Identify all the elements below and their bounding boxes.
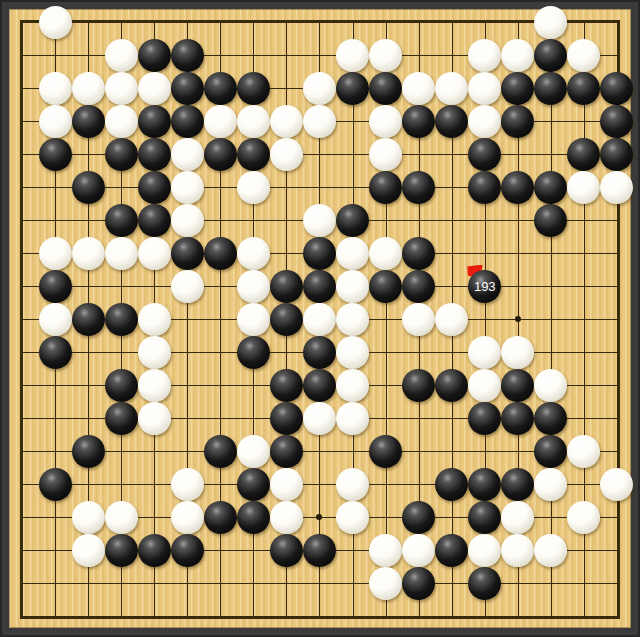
stone-white	[600, 468, 633, 501]
star-point	[515, 316, 521, 322]
stone-white	[435, 303, 468, 336]
stone-black	[39, 138, 72, 171]
stone-black	[303, 369, 336, 402]
stone-white	[39, 105, 72, 138]
stone-white	[237, 105, 270, 138]
stone-black	[204, 72, 237, 105]
stone-black	[468, 171, 501, 204]
stone-black	[204, 501, 237, 534]
stone-black	[534, 402, 567, 435]
stone-white	[237, 171, 270, 204]
stone-white	[105, 237, 138, 270]
stone-white	[336, 468, 369, 501]
stone-black	[105, 138, 138, 171]
stone-white	[567, 39, 600, 72]
stone-white	[336, 501, 369, 534]
stone-black	[303, 237, 336, 270]
stone-white	[39, 72, 72, 105]
stone-white	[171, 468, 204, 501]
stone-black	[105, 303, 138, 336]
stone-black	[138, 534, 171, 567]
board-frame: 193	[0, 0, 640, 637]
stone-white	[204, 105, 237, 138]
stone-black	[237, 138, 270, 171]
stone-white	[138, 237, 171, 270]
stone-white	[171, 204, 204, 237]
stone-white	[171, 138, 204, 171]
stone-black	[138, 138, 171, 171]
stone-white	[402, 72, 435, 105]
stone-white	[369, 567, 402, 600]
stone-black	[138, 204, 171, 237]
stone-black	[402, 567, 435, 600]
stone-white	[336, 39, 369, 72]
stone-black	[39, 270, 72, 303]
stone-white	[501, 534, 534, 567]
stone-black	[534, 39, 567, 72]
stone-black	[435, 534, 468, 567]
stone-white	[171, 270, 204, 303]
stone-black	[402, 369, 435, 402]
stone-white	[138, 369, 171, 402]
stone-white	[468, 105, 501, 138]
stone-white	[303, 72, 336, 105]
stone-white	[270, 105, 303, 138]
stone-white	[369, 138, 402, 171]
stone-black	[39, 336, 72, 369]
stone-white	[72, 534, 105, 567]
stone-white	[336, 237, 369, 270]
stone-black	[171, 105, 204, 138]
stone-black	[72, 303, 105, 336]
stone-black	[270, 270, 303, 303]
stone-white	[138, 402, 171, 435]
stone-white	[171, 501, 204, 534]
stone-black	[336, 204, 369, 237]
stone-white	[303, 303, 336, 336]
stone-black	[435, 369, 468, 402]
stone-white	[567, 501, 600, 534]
stone-white	[237, 303, 270, 336]
stone-black	[138, 105, 171, 138]
stone-white	[105, 501, 138, 534]
stone-black	[369, 171, 402, 204]
stone-black	[171, 72, 204, 105]
stone-black	[468, 138, 501, 171]
stone-white	[336, 270, 369, 303]
stone-black	[468, 402, 501, 435]
stone-white	[270, 468, 303, 501]
stone-white	[534, 468, 567, 501]
stone-black	[402, 270, 435, 303]
stone-white	[303, 402, 336, 435]
stone-black	[138, 39, 171, 72]
stone-black	[270, 303, 303, 336]
stone-black	[270, 402, 303, 435]
stone-black	[567, 72, 600, 105]
stone-white	[138, 303, 171, 336]
stone-white	[138, 336, 171, 369]
stone-black	[501, 171, 534, 204]
move-number-label: 193	[474, 280, 496, 293]
stone-black	[237, 501, 270, 534]
stone-black	[435, 468, 468, 501]
stone-black	[105, 402, 138, 435]
stone-white	[468, 336, 501, 369]
stone-white	[336, 303, 369, 336]
stone-white	[567, 435, 600, 468]
stone-black	[105, 369, 138, 402]
stone-white	[336, 369, 369, 402]
stone-move-193: 193	[468, 270, 501, 303]
stone-black	[204, 237, 237, 270]
stone-white	[402, 534, 435, 567]
stone-white	[402, 303, 435, 336]
stone-white	[138, 72, 171, 105]
stone-white	[369, 39, 402, 72]
stone-black	[600, 105, 633, 138]
stone-black	[336, 72, 369, 105]
stone-black	[270, 534, 303, 567]
stone-black	[600, 72, 633, 105]
stone-white	[369, 534, 402, 567]
stone-black	[72, 435, 105, 468]
stone-black	[600, 138, 633, 171]
stone-white	[600, 171, 633, 204]
stone-white	[237, 237, 270, 270]
stone-black	[435, 105, 468, 138]
stone-white	[369, 237, 402, 270]
stone-black	[72, 105, 105, 138]
stone-black	[237, 468, 270, 501]
stone-black	[468, 468, 501, 501]
stone-black	[105, 534, 138, 567]
stone-white	[72, 237, 105, 270]
stone-black	[402, 171, 435, 204]
stone-black	[501, 105, 534, 138]
stone-black	[369, 72, 402, 105]
stone-white	[105, 72, 138, 105]
stone-white	[72, 72, 105, 105]
stone-black	[204, 138, 237, 171]
stone-black	[567, 138, 600, 171]
stone-black	[303, 534, 336, 567]
stone-black	[303, 270, 336, 303]
stone-black	[369, 435, 402, 468]
stone-black	[501, 402, 534, 435]
stone-black	[105, 204, 138, 237]
stone-black	[237, 336, 270, 369]
stone-white	[336, 336, 369, 369]
stone-black	[468, 501, 501, 534]
stone-white	[534, 369, 567, 402]
stone-white	[435, 72, 468, 105]
stone-white	[303, 204, 336, 237]
stone-white	[534, 6, 567, 39]
stone-white	[567, 171, 600, 204]
stone-black	[270, 435, 303, 468]
stone-black	[237, 72, 270, 105]
stone-black	[303, 336, 336, 369]
stone-black	[171, 534, 204, 567]
stone-black	[534, 204, 567, 237]
stone-white	[39, 237, 72, 270]
stone-black	[501, 72, 534, 105]
stone-white	[72, 501, 105, 534]
stone-white	[468, 369, 501, 402]
stone-black	[534, 171, 567, 204]
stone-white	[468, 534, 501, 567]
stone-white	[468, 72, 501, 105]
stone-white	[501, 336, 534, 369]
stone-white	[468, 39, 501, 72]
stone-white	[105, 105, 138, 138]
stone-black	[369, 270, 402, 303]
stone-black	[402, 501, 435, 534]
stone-white	[237, 270, 270, 303]
stone-black	[402, 105, 435, 138]
stone-black	[534, 72, 567, 105]
stone-black	[138, 171, 171, 204]
stone-black	[468, 567, 501, 600]
stone-white	[39, 303, 72, 336]
stone-white	[270, 501, 303, 534]
stone-black	[204, 435, 237, 468]
stone-white	[39, 6, 72, 39]
stone-white	[501, 501, 534, 534]
stone-black	[171, 39, 204, 72]
stone-white	[336, 402, 369, 435]
stone-white	[105, 39, 138, 72]
stone-white	[369, 105, 402, 138]
stone-white	[171, 171, 204, 204]
stone-black	[501, 468, 534, 501]
stone-black	[171, 237, 204, 270]
stone-black	[72, 171, 105, 204]
stone-white	[534, 534, 567, 567]
stone-black	[402, 237, 435, 270]
stone-white	[303, 105, 336, 138]
stone-white	[501, 39, 534, 72]
stone-black	[39, 468, 72, 501]
stone-black	[501, 369, 534, 402]
stone-white	[270, 138, 303, 171]
stone-black	[270, 369, 303, 402]
stone-black	[534, 435, 567, 468]
stone-white	[237, 435, 270, 468]
